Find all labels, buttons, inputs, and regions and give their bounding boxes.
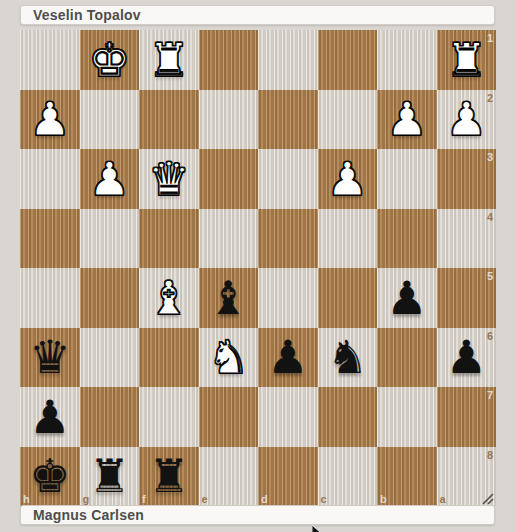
square-c2[interactable] bbox=[318, 90, 378, 150]
player-bar-top: Veselin Topalov bbox=[20, 5, 495, 25]
white-knight-e6[interactable]: ♞ bbox=[199, 328, 259, 388]
square-d6[interactable]: ♟ bbox=[258, 328, 318, 388]
square-c7[interactable] bbox=[318, 387, 378, 447]
black-king-h8[interactable]: ♚ bbox=[20, 447, 80, 507]
square-c1[interactable] bbox=[318, 30, 378, 90]
square-c6[interactable]: ♞ bbox=[318, 328, 378, 388]
white-pawn-b2[interactable]: ♟ bbox=[377, 90, 437, 150]
square-h8[interactable]: ♚h bbox=[20, 447, 80, 507]
white-rook-a1[interactable]: ♜ bbox=[437, 30, 497, 90]
square-d2[interactable] bbox=[258, 90, 318, 150]
square-e3[interactable] bbox=[199, 149, 259, 209]
square-a3[interactable]: 3 bbox=[437, 149, 497, 209]
white-pawn-a2[interactable]: ♟ bbox=[437, 90, 497, 150]
white-pawn-c3[interactable]: ♟ bbox=[318, 149, 378, 209]
square-e2[interactable] bbox=[199, 90, 259, 150]
white-pawn-h2[interactable]: ♟ bbox=[20, 90, 80, 150]
square-f7[interactable] bbox=[139, 387, 199, 447]
square-g3[interactable]: ♟ bbox=[80, 149, 140, 209]
black-bishop-e5[interactable]: ♝ bbox=[199, 268, 259, 328]
square-a4[interactable]: 4 bbox=[437, 209, 497, 269]
white-queen-f3[interactable]: ♛ bbox=[139, 149, 199, 209]
square-h1[interactable] bbox=[20, 30, 80, 90]
square-h4[interactable] bbox=[20, 209, 80, 269]
square-f4[interactable] bbox=[139, 209, 199, 269]
white-rook-f1[interactable]: ♜ bbox=[139, 30, 199, 90]
square-d1[interactable] bbox=[258, 30, 318, 90]
square-h6[interactable]: ♛ bbox=[20, 328, 80, 388]
square-b8[interactable]: b bbox=[377, 447, 437, 507]
black-pawn-d6[interactable]: ♟ bbox=[258, 328, 318, 388]
chess-board[interactable]: ♚♜♜1♟♟♟2♟♛♟34♝♝♟5♛♞♟♞♟6♟7♚h♜g♜fedcb8a bbox=[20, 30, 496, 506]
square-b1[interactable] bbox=[377, 30, 437, 90]
square-d4[interactable] bbox=[258, 209, 318, 269]
square-b5[interactable]: ♟ bbox=[377, 268, 437, 328]
file-label-a: a bbox=[440, 493, 446, 505]
square-f3[interactable]: ♛ bbox=[139, 149, 199, 209]
square-g6[interactable] bbox=[80, 328, 140, 388]
square-e4[interactable] bbox=[199, 209, 259, 269]
square-e5[interactable]: ♝ bbox=[199, 268, 259, 328]
rank-label-8: 8 bbox=[487, 449, 493, 461]
white-pawn-g3[interactable]: ♟ bbox=[80, 149, 140, 209]
square-f1[interactable]: ♜ bbox=[139, 30, 199, 90]
player-name-bottom: Magnus Carlsen bbox=[33, 507, 144, 523]
square-b6[interactable] bbox=[377, 328, 437, 388]
square-d3[interactable] bbox=[258, 149, 318, 209]
square-d5[interactable] bbox=[258, 268, 318, 328]
square-c3[interactable]: ♟ bbox=[318, 149, 378, 209]
square-g8[interactable]: ♜g bbox=[80, 447, 140, 507]
player-bar-bottom: Magnus Carlsen bbox=[20, 505, 495, 525]
square-f8[interactable]: ♜f bbox=[139, 447, 199, 507]
square-f6[interactable] bbox=[139, 328, 199, 388]
rank-label-7: 7 bbox=[487, 389, 493, 401]
rank-label-5: 5 bbox=[487, 270, 493, 282]
square-d7[interactable] bbox=[258, 387, 318, 447]
square-e7[interactable] bbox=[199, 387, 259, 447]
square-b3[interactable] bbox=[377, 149, 437, 209]
square-a5[interactable]: 5 bbox=[437, 268, 497, 328]
square-e1[interactable] bbox=[199, 30, 259, 90]
square-b4[interactable] bbox=[377, 209, 437, 269]
black-rook-g8[interactable]: ♜ bbox=[80, 447, 140, 507]
square-g7[interactable] bbox=[80, 387, 140, 447]
square-h2[interactable]: ♟ bbox=[20, 90, 80, 150]
board-resize-icon[interactable] bbox=[481, 491, 494, 504]
square-b7[interactable] bbox=[377, 387, 437, 447]
square-c5[interactable] bbox=[318, 268, 378, 328]
square-h7[interactable]: ♟ bbox=[20, 387, 80, 447]
rank-label-3: 3 bbox=[487, 151, 493, 163]
white-bishop-f5[interactable]: ♝ bbox=[139, 268, 199, 328]
black-pawn-h7[interactable]: ♟ bbox=[20, 387, 80, 447]
square-a8[interactable]: 8a bbox=[437, 447, 497, 507]
black-knight-c6[interactable]: ♞ bbox=[318, 328, 378, 388]
square-e8[interactable]: e bbox=[199, 447, 259, 507]
square-d8[interactable]: d bbox=[258, 447, 318, 507]
file-label-b: b bbox=[380, 493, 387, 505]
square-c8[interactable]: c bbox=[318, 447, 378, 507]
mouse-cursor-icon bbox=[312, 525, 322, 532]
square-g4[interactable] bbox=[80, 209, 140, 269]
square-f2[interactable] bbox=[139, 90, 199, 150]
square-a7[interactable]: 7 bbox=[437, 387, 497, 447]
black-pawn-b5[interactable]: ♟ bbox=[377, 268, 437, 328]
white-king-g1[interactable]: ♚ bbox=[80, 30, 140, 90]
black-rook-f8[interactable]: ♜ bbox=[139, 447, 199, 507]
square-g1[interactable]: ♚ bbox=[80, 30, 140, 90]
square-e6[interactable]: ♞ bbox=[199, 328, 259, 388]
square-a6[interactable]: ♟6 bbox=[437, 328, 497, 388]
file-label-e: e bbox=[202, 493, 208, 505]
square-a2[interactable]: ♟2 bbox=[437, 90, 497, 150]
square-g2[interactable] bbox=[80, 90, 140, 150]
file-label-c: c bbox=[321, 493, 327, 505]
square-a1[interactable]: ♜1 bbox=[437, 30, 497, 90]
square-h3[interactable] bbox=[20, 149, 80, 209]
file-label-d: d bbox=[261, 493, 268, 505]
square-h5[interactable] bbox=[20, 268, 80, 328]
rank-label-4: 4 bbox=[487, 211, 493, 223]
square-g5[interactable] bbox=[80, 268, 140, 328]
black-queen-h6[interactable]: ♛ bbox=[20, 328, 80, 388]
black-pawn-a6[interactable]: ♟ bbox=[437, 328, 497, 388]
square-c4[interactable] bbox=[318, 209, 378, 269]
square-b2[interactable]: ♟ bbox=[377, 90, 437, 150]
player-name-top: Veselin Topalov bbox=[33, 7, 141, 23]
square-f5[interactable]: ♝ bbox=[139, 268, 199, 328]
